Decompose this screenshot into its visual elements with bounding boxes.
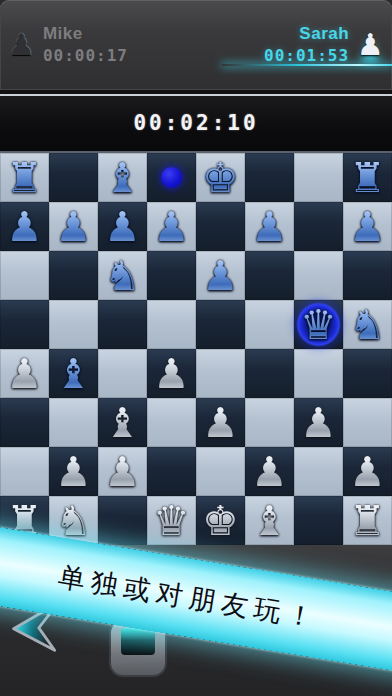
piece-black-pawn: ♟ bbox=[245, 202, 294, 251]
piece-white-pawn: ♟ bbox=[0, 349, 49, 398]
piece-black-pawn: ♟ bbox=[49, 202, 98, 251]
square-g7[interactable] bbox=[294, 202, 343, 251]
piece-white-rook: ♜ bbox=[343, 496, 392, 545]
square-b4[interactable]: ♝ bbox=[49, 349, 98, 398]
square-h1[interactable]: ♜ bbox=[343, 496, 392, 545]
square-a7[interactable]: ♟ bbox=[0, 202, 49, 251]
square-h6[interactable] bbox=[343, 251, 392, 300]
game-clock-bar: 00:02:10 bbox=[0, 94, 392, 153]
square-a6[interactable] bbox=[0, 251, 49, 300]
legal-move-dot[interactable] bbox=[161, 167, 182, 188]
active-player-glow-line bbox=[222, 64, 392, 66]
square-d2[interactable] bbox=[147, 447, 196, 496]
square-f2[interactable]: ♟ bbox=[245, 447, 294, 496]
piece-black-pawn: ♟ bbox=[98, 202, 147, 251]
square-f1[interactable]: ♝ bbox=[245, 496, 294, 545]
piece-white-pawn: ♟ bbox=[147, 349, 196, 398]
square-g2[interactable] bbox=[294, 447, 343, 496]
square-h5[interactable]: ♞ bbox=[343, 300, 392, 349]
piece-black-king: ♚ bbox=[196, 153, 245, 202]
piece-white-pawn: ♟ bbox=[294, 398, 343, 447]
square-h2[interactable]: ♟ bbox=[343, 447, 392, 496]
square-e6[interactable]: ♟ bbox=[196, 251, 245, 300]
square-d4[interactable]: ♟ bbox=[147, 349, 196, 398]
square-h7[interactable]: ♟ bbox=[343, 202, 392, 251]
square-d8[interactable] bbox=[147, 153, 196, 202]
square-a8[interactable]: ♜ bbox=[0, 153, 49, 202]
square-e7[interactable] bbox=[196, 202, 245, 251]
player-left-info: Mike 00:00:17 bbox=[43, 24, 128, 65]
square-b6[interactable] bbox=[49, 251, 98, 300]
piece-white-queen: ♛ bbox=[147, 496, 196, 545]
square-a5[interactable] bbox=[0, 300, 49, 349]
square-g8[interactable] bbox=[294, 153, 343, 202]
square-f6[interactable] bbox=[245, 251, 294, 300]
piece-white-king: ♚ bbox=[196, 496, 245, 545]
black-pawn-icon: ♟ bbox=[8, 27, 35, 63]
piece-black-knight: ♞ bbox=[343, 300, 392, 349]
player-left-name: Mike bbox=[43, 24, 128, 44]
piece-white-bishop: ♝ bbox=[245, 496, 294, 545]
square-b2[interactable]: ♟ bbox=[49, 447, 98, 496]
piece-white-pawn: ♟ bbox=[245, 447, 294, 496]
square-d6[interactable] bbox=[147, 251, 196, 300]
piece-black-bishop: ♝ bbox=[98, 153, 147, 202]
square-c1[interactable] bbox=[98, 496, 147, 545]
chess-app-screen: ♟ Mike 00:00:17 Sarah 00:01:53 ♟ 00:02:1… bbox=[0, 0, 392, 696]
square-a4[interactable]: ♟ bbox=[0, 349, 49, 398]
player-header: ♟ Mike 00:00:17 Sarah 00:01:53 ♟ bbox=[0, 0, 392, 90]
square-f3[interactable] bbox=[245, 398, 294, 447]
square-g3[interactable]: ♟ bbox=[294, 398, 343, 447]
square-g5[interactable]: ♛ bbox=[294, 300, 343, 349]
square-c7[interactable]: ♟ bbox=[98, 202, 147, 251]
square-b7[interactable]: ♟ bbox=[49, 202, 98, 251]
square-h8[interactable]: ♜ bbox=[343, 153, 392, 202]
square-c2[interactable]: ♟ bbox=[98, 447, 147, 496]
square-a2[interactable] bbox=[0, 447, 49, 496]
square-h4[interactable] bbox=[343, 349, 392, 398]
square-g4[interactable] bbox=[294, 349, 343, 398]
square-e8[interactable]: ♚ bbox=[196, 153, 245, 202]
square-f7[interactable]: ♟ bbox=[245, 202, 294, 251]
square-f5[interactable] bbox=[245, 300, 294, 349]
piece-black-pawn: ♟ bbox=[343, 202, 392, 251]
piece-black-rook: ♜ bbox=[0, 153, 49, 202]
square-b3[interactable] bbox=[49, 398, 98, 447]
piece-white-pawn: ♟ bbox=[196, 398, 245, 447]
square-h3[interactable] bbox=[343, 398, 392, 447]
square-d7[interactable]: ♟ bbox=[147, 202, 196, 251]
piece-black-pawn: ♟ bbox=[0, 202, 49, 251]
piece-black-bishop: ♝ bbox=[49, 349, 98, 398]
piece-white-pawn: ♟ bbox=[98, 447, 147, 496]
piece-black-pawn: ♟ bbox=[147, 202, 196, 251]
board: ♜♝♚♜♟♟♟♟♟♟♞♟♛♞♟♝♟♝♟♟♟♟♟♟♜♞♛♚♝♜ bbox=[0, 153, 392, 545]
square-e2[interactable] bbox=[196, 447, 245, 496]
square-d1[interactable]: ♛ bbox=[147, 496, 196, 545]
square-e4[interactable] bbox=[196, 349, 245, 398]
square-f4[interactable] bbox=[245, 349, 294, 398]
piece-white-bishop: ♝ bbox=[98, 398, 147, 447]
piece-black-queen: ♛ bbox=[294, 300, 343, 349]
white-pawn-icon: ♟ bbox=[357, 27, 384, 63]
square-c6[interactable]: ♞ bbox=[98, 251, 147, 300]
square-c3[interactable]: ♝ bbox=[98, 398, 147, 447]
player-left-time: 00:00:17 bbox=[43, 46, 128, 65]
square-a3[interactable] bbox=[0, 398, 49, 447]
square-b8[interactable] bbox=[49, 153, 98, 202]
square-d5[interactable] bbox=[147, 300, 196, 349]
player-right-time: 00:01:53 bbox=[264, 46, 349, 65]
square-g6[interactable] bbox=[294, 251, 343, 300]
player-right-name: Sarah bbox=[264, 24, 349, 44]
square-g1[interactable] bbox=[294, 496, 343, 545]
square-e3[interactable]: ♟ bbox=[196, 398, 245, 447]
player-left: ♟ Mike 00:00:17 bbox=[8, 24, 128, 65]
square-f8[interactable] bbox=[245, 153, 294, 202]
game-clock: 00:02:10 bbox=[0, 96, 392, 151]
piece-white-pawn: ♟ bbox=[49, 447, 98, 496]
square-e1[interactable]: ♚ bbox=[196, 496, 245, 545]
player-right-info: Sarah 00:01:53 bbox=[264, 24, 349, 65]
piece-black-rook: ♜ bbox=[343, 153, 392, 202]
square-c4[interactable] bbox=[98, 349, 147, 398]
piece-white-pawn: ♟ bbox=[343, 447, 392, 496]
square-d3[interactable] bbox=[147, 398, 196, 447]
piece-black-knight: ♞ bbox=[98, 251, 147, 300]
square-e5[interactable] bbox=[196, 300, 245, 349]
player-right: Sarah 00:01:53 ♟ bbox=[264, 24, 384, 65]
square-b5[interactable] bbox=[49, 300, 98, 349]
piece-black-pawn: ♟ bbox=[196, 251, 245, 300]
square-c8[interactable]: ♝ bbox=[98, 153, 147, 202]
square-c5[interactable] bbox=[98, 300, 147, 349]
